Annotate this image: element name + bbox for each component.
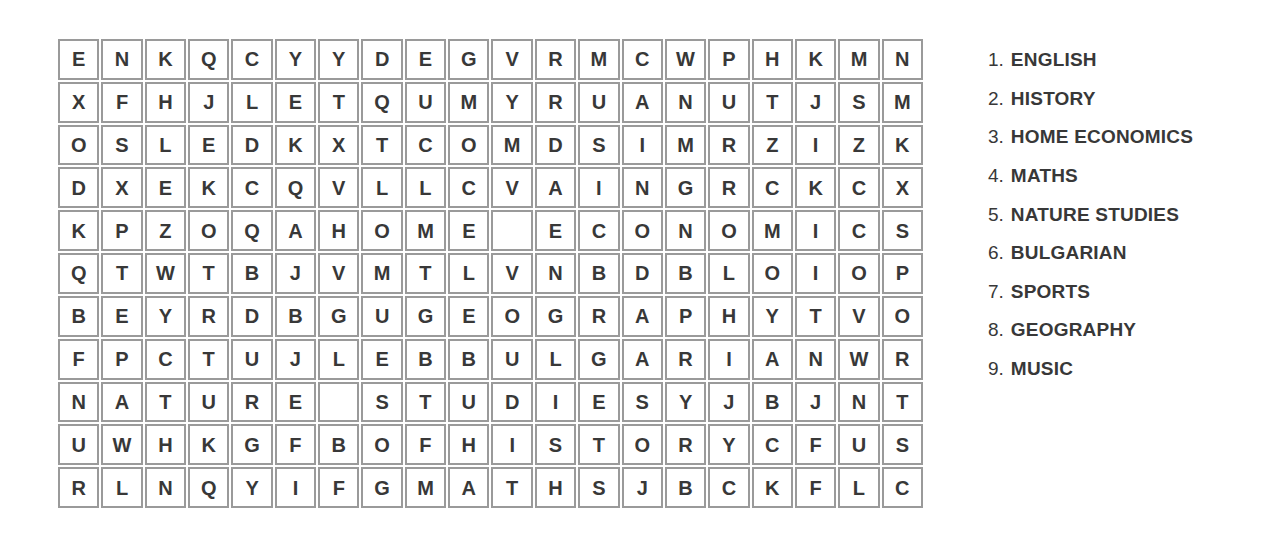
grid-cell-r8c4[interactable]: T xyxy=(188,339,229,380)
grid-cell-r2c18[interactable]: J xyxy=(795,82,836,123)
grid-cell-r7c18[interactable]: T xyxy=(795,296,836,337)
grid-cell-r7c4[interactable]: R xyxy=(188,296,229,337)
grid-cell-r9c13[interactable]: E xyxy=(578,382,619,423)
grid-cell-r5c17[interactable]: M xyxy=(752,210,793,251)
grid-cell-r8c9[interactable]: B xyxy=(405,339,446,380)
grid-cell-r3c15[interactable]: M xyxy=(665,125,706,166)
grid-cell-r3c2[interactable]: S xyxy=(101,125,142,166)
grid-cell-r8c10[interactable]: B xyxy=(448,339,489,380)
grid-cell-r1c17[interactable]: H xyxy=(752,39,793,80)
grid-cell-r10c5[interactable]: G xyxy=(231,424,272,465)
grid-cell-r10c19[interactable]: U xyxy=(838,424,879,465)
grid-cell-r5c18[interactable]: I xyxy=(795,210,836,251)
grid-cell-r11c12[interactable]: H xyxy=(535,467,576,508)
grid-cell-r5c2[interactable]: P xyxy=(101,210,142,251)
grid-cell-r2c13[interactable]: U xyxy=(578,82,619,123)
grid-cell-r8c19[interactable]: W xyxy=(838,339,879,380)
grid-cell-r8c13[interactable]: G xyxy=(578,339,619,380)
grid-cell-r7c2[interactable]: E xyxy=(101,296,142,337)
grid-cell-r3c20[interactable]: K xyxy=(882,125,923,166)
grid-cell-r10c20[interactable]: S xyxy=(882,424,923,465)
grid-cell-r9c5[interactable]: R xyxy=(231,382,272,423)
grid-cell-r9c4[interactable]: U xyxy=(188,382,229,423)
grid-cell-r7c9[interactable]: G xyxy=(405,296,446,337)
grid-cell-r1c20[interactable]: N xyxy=(882,39,923,80)
grid-cell-r3c16[interactable]: R xyxy=(708,125,749,166)
grid-cell-r8c20[interactable]: R xyxy=(882,339,923,380)
grid-cell-r6c19[interactable]: O xyxy=(838,253,879,294)
grid-cell-r2c16[interactable]: U xyxy=(708,82,749,123)
grid-cell-r11c17[interactable]: K xyxy=(752,467,793,508)
grid-cell-r9c16[interactable]: J xyxy=(708,382,749,423)
grid-cell-r10c6[interactable]: F xyxy=(275,424,316,465)
grid-cell-r7c8[interactable]: U xyxy=(361,296,402,337)
grid-cell-r3c3[interactable]: L xyxy=(145,125,186,166)
grid-cell-r9c8[interactable]: S xyxy=(361,382,402,423)
grid-cell-r7c12[interactable]: G xyxy=(535,296,576,337)
grid-cell-r7c10[interactable]: E xyxy=(448,296,489,337)
word-number: 8. xyxy=(988,319,1004,341)
word-search-page: ENKQCYYDEGVRMCWPHKMNXFHJLETQUMYRUANUTJSM… xyxy=(0,0,1280,535)
grid-cell-r8c7[interactable]: L xyxy=(318,339,359,380)
grid-cell-r7c16[interactable]: H xyxy=(708,296,749,337)
grid-cell-r5c3[interactable]: Z xyxy=(145,210,186,251)
grid-cell-r9c14[interactable]: S xyxy=(622,382,663,423)
grid-cell-r7c20[interactable]: O xyxy=(882,296,923,337)
grid-cell-r5c4[interactable]: O xyxy=(188,210,229,251)
grid-cell-r1c2[interactable]: N xyxy=(101,39,142,80)
grid-cell-r7c3[interactable]: Y xyxy=(145,296,186,337)
word-list-item-bulgarian: 6. BULGARIAN xyxy=(988,234,1193,273)
grid-cell-r10c9[interactable]: F xyxy=(405,424,446,465)
grid-cell-r7c6[interactable]: B xyxy=(275,296,316,337)
grid-cell-r1c18[interactable]: K xyxy=(795,39,836,80)
grid-cell-r4c15[interactable]: G xyxy=(665,167,706,208)
grid-cell-r10c10[interactable]: H xyxy=(448,424,489,465)
grid-cell-r1c9[interactable]: E xyxy=(405,39,446,80)
grid-cell-r7c7[interactable]: G xyxy=(318,296,359,337)
grid-cell-r8c15[interactable]: R xyxy=(665,339,706,380)
grid-cell-r6c4[interactable]: T xyxy=(188,253,229,294)
grid-cell-r11c19[interactable]: L xyxy=(838,467,879,508)
grid-cell-r4c12[interactable]: A xyxy=(535,167,576,208)
grid-cell-r3c13[interactable]: S xyxy=(578,125,619,166)
grid-cell-r3c14[interactable]: I xyxy=(622,125,663,166)
grid-cell-r4c20[interactable]: X xyxy=(882,167,923,208)
grid-cell-r10c8[interactable]: O xyxy=(361,424,402,465)
grid-cell-r1c1[interactable]: E xyxy=(58,39,99,80)
grid-cell-r6c16[interactable]: L xyxy=(708,253,749,294)
grid-cell-r8c8[interactable]: E xyxy=(361,339,402,380)
grid-cell-r2c10[interactable]: M xyxy=(448,82,489,123)
grid-cell-r8c18[interactable]: N xyxy=(795,339,836,380)
grid-cell-r10c15[interactable]: R xyxy=(665,424,706,465)
grid-cell-r11c16[interactable]: C xyxy=(708,467,749,508)
grid-cell-r9c9[interactable]: T xyxy=(405,382,446,423)
grid-cell-r4c4[interactable]: K xyxy=(188,167,229,208)
grid-cell-r10c16[interactable]: Y xyxy=(708,424,749,465)
grid-cell-r6c9[interactable]: T xyxy=(405,253,446,294)
grid-cell-r4c16[interactable]: R xyxy=(708,167,749,208)
grid-cell-r10c1[interactable]: U xyxy=(58,424,99,465)
grid-cell-r5c20[interactable]: S xyxy=(882,210,923,251)
grid-cell-r4c10[interactable]: C xyxy=(448,167,489,208)
grid-cell-r1c5[interactable]: C xyxy=(231,39,272,80)
grid-cell-r8c17[interactable]: A xyxy=(752,339,793,380)
word-list-item-history: 2. HISTORY xyxy=(988,80,1193,119)
grid-cell-r11c5[interactable]: Y xyxy=(231,467,272,508)
grid-cell-r11c1[interactable]: R xyxy=(58,467,99,508)
grid-cell-r3c11[interactable]: M xyxy=(491,125,532,166)
grid-cell-r6c17[interactable]: O xyxy=(752,253,793,294)
grid-cell-r10c14[interactable]: O xyxy=(622,424,663,465)
grid-cell-r4c14[interactable]: N xyxy=(622,167,663,208)
grid-cell-r2c19[interactable]: S xyxy=(838,82,879,123)
grid-cell-r6c10[interactable]: L xyxy=(448,253,489,294)
grid-cell-r4c18[interactable]: K xyxy=(795,167,836,208)
grid-cell-r1c7[interactable]: Y xyxy=(318,39,359,80)
grid-cell-r11c14[interactable]: J xyxy=(622,467,663,508)
grid-cell-r8c1[interactable]: F xyxy=(58,339,99,380)
grid-cell-r6c15[interactable]: B xyxy=(665,253,706,294)
grid-cell-r6c14[interactable]: D xyxy=(622,253,663,294)
word-list-item-sports: 7. SPORTS xyxy=(988,273,1193,312)
grid-cell-r9c7[interactable] xyxy=(318,382,359,423)
grid-cell-r7c13[interactable]: R xyxy=(578,296,619,337)
grid-cell-r3c8[interactable]: T xyxy=(361,125,402,166)
grid-cell-r6c20[interactable]: P xyxy=(882,253,923,294)
grid-cell-r10c3[interactable]: H xyxy=(145,424,186,465)
grid-cell-r10c7[interactable]: B xyxy=(318,424,359,465)
word-label: ENGLISH xyxy=(1011,49,1097,71)
grid-cell-r6c5[interactable]: B xyxy=(231,253,272,294)
grid-cell-r5c11[interactable] xyxy=(491,210,532,251)
word-number: 2. xyxy=(988,88,1004,110)
grid-cell-r5c16[interactable]: O xyxy=(708,210,749,251)
grid-cell-r3c4[interactable]: E xyxy=(188,125,229,166)
grid-cell-r7c19[interactable]: V xyxy=(838,296,879,337)
grid-cell-r3c9[interactable]: C xyxy=(405,125,446,166)
grid-cell-r6c13[interactable]: B xyxy=(578,253,619,294)
grid-cell-r9c1[interactable]: N xyxy=(58,382,99,423)
grid-cell-r5c7[interactable]: H xyxy=(318,210,359,251)
grid-cell-r11c15[interactable]: B xyxy=(665,467,706,508)
grid-cell-r5c14[interactable]: O xyxy=(622,210,663,251)
grid-cell-r10c18[interactable]: F xyxy=(795,424,836,465)
grid-cell-r2c7[interactable]: T xyxy=(318,82,359,123)
grid-cell-r3c17[interactable]: Z xyxy=(752,125,793,166)
grid-cell-r5c1[interactable]: K xyxy=(58,210,99,251)
grid-cell-r1c11[interactable]: V xyxy=(491,39,532,80)
grid-cell-r9c2[interactable]: A xyxy=(101,382,142,423)
grid-cell-r9c18[interactable]: J xyxy=(795,382,836,423)
grid-cell-r5c12[interactable]: E xyxy=(535,210,576,251)
grid-cell-r5c13[interactable]: C xyxy=(578,210,619,251)
grid-cell-r3c7[interactable]: X xyxy=(318,125,359,166)
grid-cell-r7c1[interactable]: B xyxy=(58,296,99,337)
grid-cell-r2c20[interactable]: M xyxy=(882,82,923,123)
grid-cell-r9c17[interactable]: B xyxy=(752,382,793,423)
grid-cell-r4c6[interactable]: Q xyxy=(275,167,316,208)
grid-cell-r9c11[interactable]: D xyxy=(491,382,532,423)
grid-cell-r9c19[interactable]: N xyxy=(838,382,879,423)
grid-cell-r9c15[interactable]: Y xyxy=(665,382,706,423)
grid-cell-r11c4[interactable]: Q xyxy=(188,467,229,508)
grid-cell-r6c12[interactable]: N xyxy=(535,253,576,294)
word-list-item-maths: 4. MATHS xyxy=(988,157,1193,196)
grid-cell-r7c17[interactable]: Y xyxy=(752,296,793,337)
grid-cell-r6c18[interactable]: I xyxy=(795,253,836,294)
grid-cell-r3c6[interactable]: K xyxy=(275,125,316,166)
grid-cell-r1c19[interactable]: M xyxy=(838,39,879,80)
word-list-item-english: 1. ENGLISH xyxy=(988,41,1193,80)
grid-cell-r10c11[interactable]: I xyxy=(491,424,532,465)
grid-cell-r5c10[interactable]: E xyxy=(448,210,489,251)
grid-cell-r5c6[interactable]: A xyxy=(275,210,316,251)
grid-cell-r5c19[interactable]: C xyxy=(838,210,879,251)
grid-cell-r2c14[interactable]: A xyxy=(622,82,663,123)
grid-cell-r6c3[interactable]: W xyxy=(145,253,186,294)
grid-cell-r5c15[interactable]: N xyxy=(665,210,706,251)
grid-cell-r9c20[interactable]: T xyxy=(882,382,923,423)
grid-cell-r2c5[interactable]: L xyxy=(231,82,272,123)
grid-cell-r8c2[interactable]: P xyxy=(101,339,142,380)
grid-cell-r2c4[interactable]: J xyxy=(188,82,229,123)
grid-cell-r2c3[interactable]: H xyxy=(145,82,186,123)
word-label: MATHS xyxy=(1011,165,1078,187)
grid-cell-r4c19[interactable]: C xyxy=(838,167,879,208)
grid-cell-r11c7[interactable]: F xyxy=(318,467,359,508)
grid-cell-r2c1[interactable]: X xyxy=(58,82,99,123)
grid-cell-r7c15[interactable]: P xyxy=(665,296,706,337)
word-number: 3. xyxy=(988,126,1004,148)
word-number: 7. xyxy=(988,281,1004,303)
grid-cell-r1c13[interactable]: M xyxy=(578,39,619,80)
grid-cell-r11c13[interactable]: S xyxy=(578,467,619,508)
grid-cell-r7c11[interactable]: O xyxy=(491,296,532,337)
grid-cell-r6c8[interactable]: M xyxy=(361,253,402,294)
grid-cell-r9c6[interactable]: E xyxy=(275,382,316,423)
grid-cell-r10c17[interactable]: C xyxy=(752,424,793,465)
grid-cell-r4c17[interactable]: C xyxy=(752,167,793,208)
grid-cell-r6c7[interactable]: V xyxy=(318,253,359,294)
grid-cell-r10c2[interactable]: W xyxy=(101,424,142,465)
grid-cell-r4c2[interactable]: X xyxy=(101,167,142,208)
grid-cell-r2c17[interactable]: T xyxy=(752,82,793,123)
word-label: HISTORY xyxy=(1011,88,1096,110)
grid-cell-r1c4[interactable]: Q xyxy=(188,39,229,80)
word-list-item-music: 9. MUSIC xyxy=(988,350,1193,389)
word-list-item-geography: 8. GEOGRAPHY xyxy=(988,311,1193,350)
word-label: NATURE STUDIES xyxy=(1011,204,1179,226)
grid-cell-r8c6[interactable]: J xyxy=(275,339,316,380)
grid-cell-r10c13[interactable]: T xyxy=(578,424,619,465)
grid-cell-r9c10[interactable]: U xyxy=(448,382,489,423)
grid-cell-r4c8[interactable]: L xyxy=(361,167,402,208)
grid-cell-r1c16[interactable]: P xyxy=(708,39,749,80)
grid-cell-r6c1[interactable]: Q xyxy=(58,253,99,294)
grid-cell-r11c10[interactable]: A xyxy=(448,467,489,508)
grid-cell-r9c3[interactable]: T xyxy=(145,382,186,423)
grid-cell-r4c1[interactable]: D xyxy=(58,167,99,208)
word-list-item-home-economics: 3. HOME ECONOMICS xyxy=(988,118,1193,157)
grid-cell-r1c14[interactable]: C xyxy=(622,39,663,80)
word-number: 4. xyxy=(988,165,1004,187)
grid-cell-r11c9[interactable]: M xyxy=(405,467,446,508)
grid-cell-r8c16[interactable]: I xyxy=(708,339,749,380)
grid-cell-r4c13[interactable]: I xyxy=(578,167,619,208)
word-label: GEOGRAPHY xyxy=(1011,319,1136,341)
grid-cell-r4c11[interactable]: V xyxy=(491,167,532,208)
grid-cell-r6c6[interactable]: J xyxy=(275,253,316,294)
grid-cell-r2c15[interactable]: N xyxy=(665,82,706,123)
grid-cell-r3c5[interactable]: D xyxy=(231,125,272,166)
grid-cell-r1c3[interactable]: K xyxy=(145,39,186,80)
grid-cell-r6c2[interactable]: T xyxy=(101,253,142,294)
word-number: 5. xyxy=(988,204,1004,226)
grid-cell-r1c12[interactable]: R xyxy=(535,39,576,80)
word-number: 1. xyxy=(988,49,1004,71)
grid-cell-r2c6[interactable]: E xyxy=(275,82,316,123)
grid-cell-r1c15[interactable]: W xyxy=(665,39,706,80)
grid-cell-r5c5[interactable]: Q xyxy=(231,210,272,251)
grid-cell-r11c20[interactable]: C xyxy=(882,467,923,508)
grid-cell-r5c9[interactable]: M xyxy=(405,210,446,251)
grid-cell-r3c12[interactable]: D xyxy=(535,125,576,166)
grid-cell-r10c12[interactable]: S xyxy=(535,424,576,465)
word-label: HOME ECONOMICS xyxy=(1011,126,1193,148)
word-list-item-nature-studies: 5. NATURE STUDIES xyxy=(988,195,1193,234)
grid-cell-r11c8[interactable]: G xyxy=(361,467,402,508)
grid-cell-r4c7[interactable]: V xyxy=(318,167,359,208)
grid-cell-r6c11[interactable]: V xyxy=(491,253,532,294)
grid-cell-r3c1[interactable]: O xyxy=(58,125,99,166)
grid-cell-r3c18[interactable]: I xyxy=(795,125,836,166)
grid-cell-r9c12[interactable]: I xyxy=(535,382,576,423)
grid-cell-r4c5[interactable]: C xyxy=(231,167,272,208)
grid-cell-r2c12[interactable]: R xyxy=(535,82,576,123)
grid-cell-r1c6[interactable]: Y xyxy=(275,39,316,80)
grid-cell-r1c8[interactable]: D xyxy=(361,39,402,80)
grid-cell-r2c11[interactable]: Y xyxy=(491,82,532,123)
grid-cell-r2c9[interactable]: U xyxy=(405,82,446,123)
grid-cell-r1c10[interactable]: G xyxy=(448,39,489,80)
word-label: SPORTS xyxy=(1011,281,1090,303)
word-label: BULGARIAN xyxy=(1011,242,1127,264)
grid-cell-r2c2[interactable]: F xyxy=(101,82,142,123)
word-search-grid: ENKQCYYDEGVRMCWPHKMNXFHJLETQUMYRUANUTJSM… xyxy=(58,39,923,508)
grid-cell-r10c4[interactable]: K xyxy=(188,424,229,465)
grid-cell-r3c19[interactable]: Z xyxy=(838,125,879,166)
grid-cell-r11c3[interactable]: N xyxy=(145,467,186,508)
grid-cell-r5c8[interactable]: O xyxy=(361,210,402,251)
grid-cell-r3c10[interactable]: O xyxy=(448,125,489,166)
grid-cell-r8c3[interactable]: C xyxy=(145,339,186,380)
word-number: 6. xyxy=(988,242,1004,264)
grid-cell-r2c8[interactable]: Q xyxy=(361,82,402,123)
grid-cell-r11c6[interactable]: I xyxy=(275,467,316,508)
word-label: MUSIC xyxy=(1011,358,1073,380)
grid-cell-r8c14[interactable]: A xyxy=(622,339,663,380)
grid-cell-r11c18[interactable]: F xyxy=(795,467,836,508)
grid-cell-r8c5[interactable]: U xyxy=(231,339,272,380)
word-list: 1. ENGLISH 2. HISTORY 3. HOME ECONOMICS … xyxy=(988,41,1193,388)
grid-cell-r11c11[interactable]: T xyxy=(491,467,532,508)
grid-cell-r8c11[interactable]: U xyxy=(491,339,532,380)
grid-cell-r4c3[interactable]: E xyxy=(145,167,186,208)
grid-cell-r8c12[interactable]: L xyxy=(535,339,576,380)
grid-cell-r7c14[interactable]: A xyxy=(622,296,663,337)
grid-cell-r4c9[interactable]: L xyxy=(405,167,446,208)
grid-cell-r11c2[interactable]: L xyxy=(101,467,142,508)
word-number: 9. xyxy=(988,358,1004,380)
grid-cell-r7c5[interactable]: D xyxy=(231,296,272,337)
